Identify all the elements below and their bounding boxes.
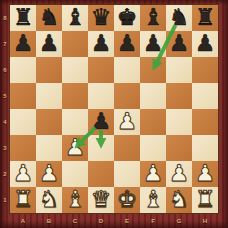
file-label-c: C [62, 213, 88, 228]
square-g5[interactable] [166, 83, 192, 109]
square-a2[interactable]: ♟ [10, 161, 36, 187]
square-e6[interactable] [114, 57, 140, 83]
square-a5[interactable] [10, 83, 36, 109]
square-a4[interactable] [10, 109, 36, 135]
square-g4[interactable] [166, 109, 192, 135]
piece-black-rook[interactable]: ♜ [195, 4, 216, 30]
square-d3[interactable] [88, 135, 114, 161]
square-c2[interactable] [62, 161, 88, 187]
square-h7[interactable]: ♟ [192, 31, 218, 57]
square-g8[interactable]: ♞ [166, 5, 192, 31]
piece-black-pawn[interactable]: ♟ [13, 30, 34, 56]
square-d8[interactable]: ♛ [88, 5, 114, 31]
square-e1[interactable]: ♚ [114, 187, 140, 213]
square-h5[interactable] [192, 83, 218, 109]
piece-white-pawn[interactable]: ♟ [195, 160, 216, 186]
square-g6[interactable] [166, 57, 192, 83]
square-b5[interactable] [36, 83, 62, 109]
file-label-a: A [10, 213, 36, 228]
square-h2[interactable]: ♟ [192, 161, 218, 187]
piece-black-pawn[interactable]: ♟ [91, 30, 112, 56]
piece-black-bishop[interactable]: ♝ [65, 4, 86, 30]
square-a7[interactable]: ♟ [10, 31, 36, 57]
rank-labels: 87654321 [0, 5, 10, 213]
square-f2[interactable]: ♟ [140, 161, 166, 187]
square-h1[interactable]: ♜ [192, 187, 218, 213]
file-label-b: B [36, 213, 62, 228]
rank-label-4: 4 [0, 109, 10, 135]
square-c7[interactable] [62, 31, 88, 57]
piece-black-pawn[interactable]: ♟ [195, 30, 216, 56]
square-d2[interactable] [88, 161, 114, 187]
piece-white-king[interactable]: ♚ [117, 186, 138, 212]
square-c1[interactable]: ♝ [62, 187, 88, 213]
rank-label-6: 6 [0, 57, 10, 83]
square-f5[interactable] [140, 83, 166, 109]
chess-board[interactable]: ♜♞♝♛♚♝♞♜♟♟♟♟♟♟♟♟♟♟♟♟♟♟♟♜♞♝♛♚♝♞♜ [10, 5, 218, 213]
piece-black-pawn[interactable]: ♟ [39, 30, 60, 56]
file-labels: ABCDEFGH [10, 213, 218, 228]
piece-white-queen[interactable]: ♛ [91, 186, 112, 212]
file-label-h: H [192, 213, 218, 228]
piece-white-pawn[interactable]: ♟ [117, 108, 138, 134]
square-a8[interactable]: ♜ [10, 5, 36, 31]
square-c4[interactable] [62, 109, 88, 135]
piece-white-knight[interactable]: ♞ [39, 186, 60, 212]
rank-label-1: 1 [0, 187, 10, 213]
piece-white-rook[interactable]: ♜ [13, 186, 34, 212]
piece-white-bishop[interactable]: ♝ [143, 186, 164, 212]
piece-white-pawn[interactable]: ♟ [143, 160, 164, 186]
piece-black-rook[interactable]: ♜ [13, 4, 34, 30]
square-g2[interactable]: ♟ [166, 161, 192, 187]
piece-white-pawn[interactable]: ♟ [39, 160, 60, 186]
square-h6[interactable] [192, 57, 218, 83]
piece-black-knight[interactable]: ♞ [169, 4, 190, 30]
piece-white-bishop[interactable]: ♝ [65, 186, 86, 212]
piece-white-pawn[interactable]: ♟ [13, 160, 34, 186]
square-a3[interactable] [10, 135, 36, 161]
square-b2[interactable]: ♟ [36, 161, 62, 187]
square-e4[interactable]: ♟ [114, 109, 140, 135]
square-g7[interactable]: ♟ [166, 31, 192, 57]
square-a6[interactable] [10, 57, 36, 83]
square-g3[interactable] [166, 135, 192, 161]
square-b8[interactable]: ♞ [36, 5, 62, 31]
piece-white-knight[interactable]: ♞ [169, 186, 190, 212]
piece-white-pawn[interactable]: ♟ [65, 134, 86, 160]
square-h4[interactable] [192, 109, 218, 135]
square-c5[interactable] [62, 83, 88, 109]
square-b1[interactable]: ♞ [36, 187, 62, 213]
square-h3[interactable] [192, 135, 218, 161]
square-f1[interactable]: ♝ [140, 187, 166, 213]
rank-label-3: 3 [0, 135, 10, 161]
piece-black-pawn[interactable]: ♟ [169, 30, 190, 56]
file-label-d: D [88, 213, 114, 228]
piece-white-rook[interactable]: ♜ [195, 186, 216, 212]
square-b6[interactable] [36, 57, 62, 83]
square-h8[interactable]: ♜ [192, 5, 218, 31]
square-f3[interactable] [140, 135, 166, 161]
piece-white-pawn[interactable]: ♟ [169, 160, 190, 186]
square-e3[interactable] [114, 135, 140, 161]
piece-black-king[interactable]: ♚ [117, 4, 138, 30]
square-f4[interactable] [140, 109, 166, 135]
piece-black-pawn[interactable]: ♟ [143, 30, 164, 56]
square-c8[interactable]: ♝ [62, 5, 88, 31]
square-b4[interactable] [36, 109, 62, 135]
rank-label-5: 5 [0, 83, 10, 109]
piece-black-queen[interactable]: ♛ [91, 4, 112, 30]
piece-black-bishop[interactable]: ♝ [143, 4, 164, 30]
square-c3[interactable]: ♟ [62, 135, 88, 161]
square-e7[interactable]: ♟ [114, 31, 140, 57]
rank-label-2: 2 [0, 161, 10, 187]
square-b3[interactable] [36, 135, 62, 161]
square-f7[interactable]: ♟ [140, 31, 166, 57]
square-d5[interactable] [88, 83, 114, 109]
file-label-f: F [140, 213, 166, 228]
rank-label-7: 7 [0, 31, 10, 57]
file-label-g: G [166, 213, 192, 228]
square-c6[interactable] [62, 57, 88, 83]
piece-black-knight[interactable]: ♞ [39, 4, 60, 30]
square-d6[interactable] [88, 57, 114, 83]
rank-label-8: 8 [0, 5, 10, 31]
piece-black-pawn[interactable]: ♟ [117, 30, 138, 56]
piece-black-pawn[interactable]: ♟ [91, 108, 112, 134]
file-label-e: E [114, 213, 140, 228]
square-b7[interactable]: ♟ [36, 31, 62, 57]
square-f8[interactable]: ♝ [140, 5, 166, 31]
square-e2[interactable] [114, 161, 140, 187]
square-e5[interactable] [114, 83, 140, 109]
square-d4[interactable]: ♟ [88, 109, 114, 135]
square-g1[interactable]: ♞ [166, 187, 192, 213]
square-e8[interactable]: ♚ [114, 5, 140, 31]
square-d7[interactable]: ♟ [88, 31, 114, 57]
square-a1[interactable]: ♜ [10, 187, 36, 213]
square-d1[interactable]: ♛ [88, 187, 114, 213]
square-f6[interactable] [140, 57, 166, 83]
